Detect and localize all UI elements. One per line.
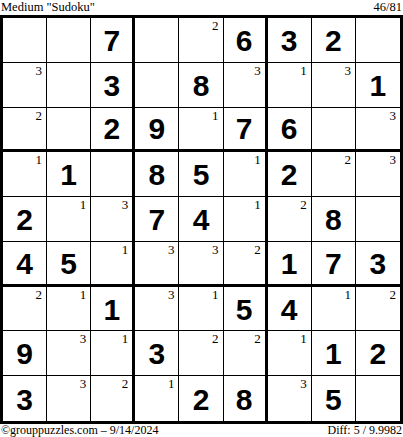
pencil-mark: 3 (36, 64, 43, 77)
given-digit: 8 (236, 383, 253, 415)
cell-r7c8[interactable]: 1 (312, 287, 356, 332)
pencil-mark: 2 (254, 243, 261, 256)
cell-r3c9[interactable]: 3 (356, 108, 400, 153)
cell-r2c4[interactable] (135, 63, 179, 108)
pencil-mark: 2 (212, 19, 219, 32)
cell-r3c8[interactable] (312, 108, 356, 153)
cell-r9c8[interactable]: 5 (312, 376, 356, 421)
pencil-mark: 1 (36, 153, 43, 166)
cell-r4c8[interactable]: 2 (312, 152, 356, 197)
given-digit: 7 (103, 24, 120, 56)
given-digit: 2 (103, 112, 120, 144)
cell-r3c4[interactable]: 9 (135, 108, 179, 153)
cell-r5c8[interactable]: 8 (312, 197, 356, 242)
cell-r9c6[interactable]: 8 (224, 376, 268, 421)
cell-r6c4[interactable]: 3 (135, 242, 179, 287)
given-digit: 3 (103, 69, 120, 101)
given-digit: 5 (236, 293, 253, 325)
given-digit: 2 (16, 203, 33, 235)
cell-r1c8[interactable]: 2 (312, 18, 356, 63)
cell-r9c5[interactable]: 2 (179, 376, 223, 421)
cell-r7c2[interactable]: 1 (47, 287, 91, 332)
cell-r3c3[interactable]: 2 (91, 108, 135, 153)
pencil-mark: 2 (122, 377, 129, 390)
given-digit: 5 (60, 247, 77, 279)
cell-r6c5[interactable]: 3 (179, 242, 223, 287)
cell-r7c3[interactable]: 1 (91, 287, 135, 332)
pencil-mark: 2 (344, 153, 351, 166)
cell-r2c7[interactable]: 1 (268, 63, 312, 108)
cell-r4c5[interactable]: 5 (179, 152, 223, 197)
cell-r8c7[interactable]: 1 (268, 331, 312, 376)
given-digit: 3 (149, 337, 166, 369)
cell-r9c2[interactable]: 3 (47, 376, 91, 421)
pencil-mark: 3 (212, 243, 219, 256)
pencil-mark: 3 (168, 288, 175, 301)
pencil-mark: 2 (36, 288, 43, 301)
given-digit: 7 (325, 247, 342, 279)
cell-r5c6[interactable]: 1 (224, 197, 268, 242)
cell-r8c3[interactable]: 1 (91, 331, 135, 376)
given-digit: 4 (16, 247, 33, 279)
pencil-mark: 2 (36, 109, 43, 122)
cell-r4c7[interactable]: 2 (268, 152, 312, 197)
given-digit: 9 (149, 112, 166, 144)
given-digit: 3 (370, 247, 387, 279)
cell-r7c7[interactable]: 4 (268, 287, 312, 332)
cell-r1c2[interactable] (47, 18, 91, 63)
pencil-mark: 1 (168, 377, 175, 390)
pencil-mark: 1 (300, 64, 307, 77)
cell-r1c7[interactable]: 3 (268, 18, 312, 63)
given-digit: 8 (149, 158, 166, 190)
given-digit: 5 (193, 158, 210, 190)
footer: ©grouppuzzles.com – 9/14/2024 Diff: 5 / … (0, 424, 403, 437)
cell-r6c8[interactable]: 7 (312, 242, 356, 287)
given-digit: 4 (193, 203, 210, 235)
pencil-mark: 3 (80, 377, 87, 390)
given-digit: 2 (193, 383, 210, 415)
given-digit: 1 (325, 337, 342, 369)
cell-r8c6[interactable]: 2 (224, 331, 268, 376)
pencil-mark: 3 (80, 332, 87, 345)
pencil-mark: 1 (80, 198, 87, 211)
cell-r4c4[interactable]: 8 (135, 152, 179, 197)
given-digit: 8 (325, 203, 342, 235)
given-digit: 8 (193, 69, 210, 101)
cell-r7c5[interactable]: 1 (179, 287, 223, 332)
cell-r7c6[interactable]: 5 (224, 287, 268, 332)
cell-r6c6[interactable]: 2 (224, 242, 268, 287)
given-digit: 2 (325, 24, 342, 56)
cell-r8c5[interactable]: 2 (179, 331, 223, 376)
pencil-mark: 2 (212, 332, 219, 345)
cell-r4c3[interactable] (91, 152, 135, 197)
sudoku-board: 7263233831312291763118512232137412845133… (0, 15, 403, 424)
cell-r5c4[interactable]: 7 (135, 197, 179, 242)
given-digit: 2 (370, 337, 387, 369)
given-digit: 1 (103, 293, 120, 325)
cell-r4c1[interactable]: 1 (3, 152, 47, 197)
pencil-mark: 1 (254, 198, 261, 211)
cell-r1c1[interactable] (3, 18, 47, 63)
pencil-mark: 1 (212, 288, 219, 301)
given-digit: 6 (281, 112, 298, 144)
cell-r1c9[interactable] (356, 18, 400, 63)
cell-r4c9[interactable]: 3 (356, 152, 400, 197)
cell-r5c9[interactable] (356, 197, 400, 242)
cell-r8c1[interactable]: 9 (3, 331, 47, 376)
given-digit: 9 (16, 337, 33, 369)
cell-r2c8[interactable]: 3 (312, 63, 356, 108)
given-digit: 5 (325, 383, 342, 415)
cell-r5c3[interactable]: 3 (91, 197, 135, 242)
cell-r3c7[interactable]: 6 (268, 108, 312, 153)
pencil-mark: 1 (344, 288, 351, 301)
sudoku-page: Medium "Sudoku" 46/81 726323383131229176… (0, 0, 403, 437)
cell-r6c2[interactable]: 5 (47, 242, 91, 287)
copyright-text: ©grouppuzzles.com – 9/14/2024 (1, 424, 158, 437)
pencil-mark: 1 (212, 109, 219, 122)
cell-r4c6[interactable]: 1 (224, 152, 268, 197)
given-digit: 3 (16, 383, 33, 415)
given-digit: 1 (60, 158, 77, 190)
pencil-mark: 3 (389, 109, 396, 122)
cell-r1c3[interactable]: 7 (91, 18, 135, 63)
cell-r3c6[interactable]: 7 (224, 108, 268, 153)
pencil-mark: 1 (122, 243, 129, 256)
pencil-mark: 3 (389, 153, 396, 166)
cell-r2c1[interactable]: 3 (3, 63, 47, 108)
cell-r3c2[interactable] (47, 108, 91, 153)
cell-r1c4[interactable] (135, 18, 179, 63)
given-digit: 4 (281, 293, 298, 325)
cell-r9c9[interactable] (356, 376, 400, 421)
cell-r6c7[interactable]: 1 (268, 242, 312, 287)
cell-r2c5[interactable]: 8 (179, 63, 223, 108)
pencil-mark: 3 (300, 377, 307, 390)
given-digit: 7 (236, 112, 253, 144)
pencil-mark: 1 (122, 332, 129, 345)
cell-r5c5[interactable]: 4 (179, 197, 223, 242)
cell-r8c8[interactable]: 1 (312, 331, 356, 376)
pencil-mark: 3 (344, 64, 351, 77)
cell-r1c5[interactable]: 2 (179, 18, 223, 63)
cell-r8c9[interactable]: 2 (356, 331, 400, 376)
cell-r5c1[interactable]: 2 (3, 197, 47, 242)
cell-r1c6[interactable]: 6 (224, 18, 268, 63)
cell-r6c1[interactable]: 4 (3, 242, 47, 287)
pencil-mark: 2 (254, 332, 261, 345)
given-digit: 7 (149, 203, 166, 235)
cell-r4c2[interactable]: 1 (47, 152, 91, 197)
difficulty-text: Diff: 5 / 9.9982 (328, 424, 402, 437)
pencil-mark: 3 (254, 64, 261, 77)
given-digit: 6 (236, 24, 253, 56)
cell-r6c3[interactable]: 1 (91, 242, 135, 287)
pencil-mark: 1 (254, 153, 261, 166)
given-digit: 1 (281, 247, 298, 279)
cell-counter: 46/81 (374, 1, 402, 14)
cell-r6c9[interactable]: 3 (356, 242, 400, 287)
given-digit: 2 (281, 158, 298, 190)
cell-r9c7[interactable]: 3 (268, 376, 312, 421)
cell-r5c2[interactable]: 1 (47, 197, 91, 242)
cell-r9c3[interactable]: 2 (91, 376, 135, 421)
cell-r9c1[interactable]: 3 (3, 376, 47, 421)
header: Medium "Sudoku" 46/81 (0, 0, 403, 15)
cell-r3c1[interactable]: 2 (3, 108, 47, 153)
cell-r2c2[interactable] (47, 63, 91, 108)
pencil-mark: 1 (80, 288, 87, 301)
pencil-mark: 1 (300, 332, 307, 345)
given-digit: 3 (281, 24, 298, 56)
given-digit: 1 (370, 69, 387, 101)
cell-r7c9[interactable]: 2 (356, 287, 400, 332)
cell-r8c4[interactable]: 3 (135, 331, 179, 376)
cell-r9c4[interactable]: 1 (135, 376, 179, 421)
pencil-mark: 2 (300, 198, 307, 211)
cell-r2c9[interactable]: 1 (356, 63, 400, 108)
puzzle-title: Medium "Sudoku" (1, 1, 95, 14)
cell-r2c3[interactable]: 3 (91, 63, 135, 108)
cell-r5c7[interactable]: 2 (268, 197, 312, 242)
cell-r8c2[interactable]: 3 (47, 331, 91, 376)
pencil-mark: 3 (168, 243, 175, 256)
pencil-mark: 2 (389, 288, 396, 301)
cell-r7c4[interactable]: 3 (135, 287, 179, 332)
cell-r3c5[interactable]: 1 (179, 108, 223, 153)
cell-r2c6[interactable]: 3 (224, 63, 268, 108)
cell-r7c1[interactable]: 2 (3, 287, 47, 332)
pencil-mark: 3 (122, 198, 129, 211)
